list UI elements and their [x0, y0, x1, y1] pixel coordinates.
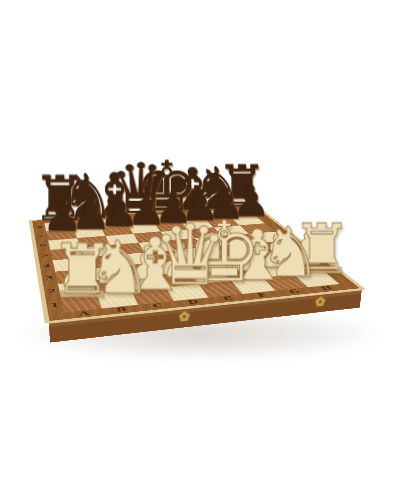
piece-black-rook: ♜ — [216, 158, 268, 216]
rank-label-3: 3 — [43, 275, 57, 280]
square-h6 — [240, 223, 275, 233]
square-a6 — [48, 238, 80, 250]
rank-label-5: 5 — [39, 253, 51, 258]
chess-board: ♜♞♝♛♚♝♞♜♟♟♟♟♟♟♟♟♟♟♟♟♟♟♟♟♜♞♝♛♚♝♞♜ 8765432… — [29, 204, 366, 324]
brass-hinge-icon: ✿ — [179, 310, 190, 324]
piece-black-pawn: ♟ — [232, 181, 270, 224]
square-b4 — [84, 255, 120, 269]
product-photo-scene: ♜♞♝♛♚♝♞♜♟♟♟♟♟♟♟♟♟♟♟♟♟♟♟♟♜♞♝♛♚♝♞♜ 8765432… — [0, 0, 400, 498]
rank-label-6: 6 — [37, 243, 49, 247]
rank-label-1: 1 — [47, 302, 62, 309]
square-e4 — [174, 248, 212, 261]
rank-label-7: 7 — [35, 234, 46, 238]
piece-black-rook: ♜ — [32, 168, 87, 230]
square-c5 — [110, 243, 145, 255]
board-grid: ♜♞♝♛♚♝♞♜♟♟♟♟♟♟♟♟♟♟♟♟♟♟♟♟♜♞♝♛♚♝♞♜ — [44, 209, 339, 313]
rank-label-8: 8 — [34, 226, 45, 230]
brass-clasp-icon: ✿ — [315, 296, 326, 309]
piece-black-queen: ♛ — [110, 154, 172, 224]
rank-label-4: 4 — [41, 264, 54, 269]
rank-label-2: 2 — [45, 288, 59, 294]
square-f1: ♝ — [231, 278, 275, 294]
piece-black-king: ♚ — [136, 152, 198, 221]
square-h5 — [249, 232, 286, 243]
square-b6 — [77, 236, 110, 248]
square-b5 — [80, 245, 114, 258]
